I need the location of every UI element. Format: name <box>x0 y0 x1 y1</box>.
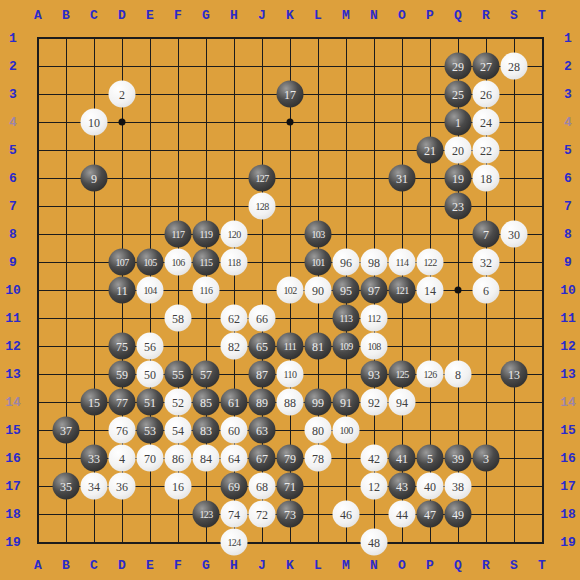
stone-white-64-H16: 64 <box>221 445 248 472</box>
stone-white-24-R4: 24 <box>473 109 500 136</box>
stone-white-50-E13: 50 <box>137 361 164 388</box>
stone-white-26-R3: 26 <box>473 81 500 108</box>
column-label-top-M: M <box>342 9 350 22</box>
stone-black-29-Q2: 29 <box>445 53 472 80</box>
row-label-right-19: 19 <box>560 536 576 549</box>
stone-black-5-P16: 5 <box>417 445 444 472</box>
row-label-left-16: 16 <box>5 452 21 465</box>
column-label-bottom-D: D <box>118 559 126 572</box>
stone-black-63-J15: 63 <box>249 417 276 444</box>
stone-black-123-G18: 123 <box>193 501 220 528</box>
stone-black-85-G14: 85 <box>193 389 220 416</box>
stone-black-91-M14: 91 <box>333 389 360 416</box>
stone-black-33-C16: 33 <box>81 445 108 472</box>
column-label-bottom-M: M <box>342 559 350 572</box>
stone-white-58-F11: 58 <box>165 305 192 332</box>
stone-black-77-D14: 77 <box>109 389 136 416</box>
stone-white-36-D17: 36 <box>109 473 136 500</box>
stone-white-86-F16: 86 <box>165 445 192 472</box>
stone-white-10-C4: 10 <box>81 109 108 136</box>
stone-black-67-J16: 67 <box>249 445 276 472</box>
stone-black-65-J12: 65 <box>249 333 276 360</box>
column-label-bottom-O: O <box>398 559 406 572</box>
row-label-left-5: 5 <box>9 144 17 157</box>
stone-black-107-D9: 107 <box>109 249 136 276</box>
stone-white-108-N12: 108 <box>361 333 388 360</box>
stone-black-73-K18: 73 <box>277 501 304 528</box>
stone-black-81-L12: 81 <box>305 333 332 360</box>
stone-black-43-O17: 43 <box>389 473 416 500</box>
stone-black-95-M10: 95 <box>333 277 360 304</box>
stone-black-47-P18: 47 <box>417 501 444 528</box>
stone-white-60-H15: 60 <box>221 417 248 444</box>
stone-black-57-G13: 57 <box>193 361 220 388</box>
stone-white-72-J18: 72 <box>249 501 276 528</box>
stone-white-12-N17: 12 <box>361 473 388 500</box>
stone-white-66-J11: 66 <box>249 305 276 332</box>
stone-white-92-N14: 92 <box>361 389 388 416</box>
column-label-top-Q: Q <box>454 9 462 22</box>
stone-black-41-O16: 41 <box>389 445 416 472</box>
stone-white-16-F17: 16 <box>165 473 192 500</box>
column-label-top-G: G <box>202 9 210 22</box>
row-label-right-12: 12 <box>560 340 576 353</box>
column-label-bottom-N: N <box>370 559 378 572</box>
column-label-top-F: F <box>174 9 182 22</box>
column-label-top-S: S <box>510 9 518 22</box>
stone-white-118-H9: 118 <box>221 249 248 276</box>
column-label-top-C: C <box>90 9 98 22</box>
row-label-left-3: 3 <box>9 88 17 101</box>
stone-white-44-O18: 44 <box>389 501 416 528</box>
column-label-bottom-H: H <box>230 559 238 572</box>
stone-white-56-E12: 56 <box>137 333 164 360</box>
row-label-right-10: 10 <box>560 284 576 297</box>
column-label-top-A: A <box>34 9 42 22</box>
column-label-top-O: O <box>398 9 406 22</box>
row-label-right-2: 2 <box>564 60 572 73</box>
stone-white-90-L10: 90 <box>305 277 332 304</box>
stone-black-79-K16: 79 <box>277 445 304 472</box>
row-label-right-15: 15 <box>560 424 576 437</box>
stone-black-9-C6: 9 <box>81 165 108 192</box>
stone-white-52-F14: 52 <box>165 389 192 416</box>
stone-black-21-P5: 21 <box>417 137 444 164</box>
column-label-bottom-G: G <box>202 559 210 572</box>
stone-white-104-E10: 104 <box>137 277 164 304</box>
stone-black-109-M12: 109 <box>333 333 360 360</box>
stone-white-110-K13: 110 <box>277 361 304 388</box>
stone-white-8-Q13: 8 <box>445 361 472 388</box>
stone-white-38-Q17: 38 <box>445 473 472 500</box>
stone-white-102-K10: 102 <box>277 277 304 304</box>
row-label-right-13: 13 <box>560 368 576 381</box>
column-label-top-D: D <box>118 9 126 22</box>
stone-black-15-C14: 15 <box>81 389 108 416</box>
column-label-bottom-R: R <box>482 559 490 572</box>
stone-white-4-D16: 4 <box>109 445 136 472</box>
column-label-top-J: J <box>258 9 266 22</box>
column-label-top-T: T <box>538 9 546 22</box>
row-label-right-7: 7 <box>564 200 572 213</box>
column-label-bottom-P: P <box>426 559 434 572</box>
stone-white-40-P17: 40 <box>417 473 444 500</box>
row-label-left-13: 13 <box>5 368 21 381</box>
row-label-left-19: 19 <box>5 536 21 549</box>
stone-white-96-M9: 96 <box>333 249 360 276</box>
stone-black-31-O6: 31 <box>389 165 416 192</box>
star-point-K4 <box>287 119 294 126</box>
stone-white-14-P10: 14 <box>417 277 444 304</box>
column-label-bottom-S: S <box>510 559 518 572</box>
stone-white-32-R9: 32 <box>473 249 500 276</box>
column-label-top-L: L <box>314 9 322 22</box>
stone-white-128-J7: 128 <box>249 193 276 220</box>
row-label-left-14: 14 <box>5 396 21 409</box>
row-label-right-8: 8 <box>564 228 572 241</box>
stone-black-103-L8: 103 <box>305 221 332 248</box>
row-label-left-18: 18 <box>5 508 21 521</box>
stone-black-87-J13: 87 <box>249 361 276 388</box>
star-point-D4 <box>119 119 126 126</box>
stone-black-115-G9: 115 <box>193 249 220 276</box>
column-label-top-B: B <box>62 9 70 22</box>
stone-white-100-M15: 100 <box>333 417 360 444</box>
column-label-bottom-E: E <box>146 559 154 572</box>
stone-black-51-E14: 51 <box>137 389 164 416</box>
stone-white-48-N19: 48 <box>361 529 388 556</box>
column-label-bottom-F: F <box>174 559 182 572</box>
stone-white-42-N16: 42 <box>361 445 388 472</box>
stone-white-28-S2: 28 <box>501 53 528 80</box>
stone-white-46-M18: 46 <box>333 501 360 528</box>
stone-white-122-P9: 122 <box>417 249 444 276</box>
stone-black-55-F13: 55 <box>165 361 192 388</box>
stone-black-119-G8: 119 <box>193 221 220 248</box>
stone-white-70-E16: 70 <box>137 445 164 472</box>
stone-black-111-K12: 111 <box>277 333 304 360</box>
stone-white-2-D3: 2 <box>109 81 136 108</box>
stone-black-13-S13: 13 <box>501 361 528 388</box>
stone-black-19-Q6: 19 <box>445 165 472 192</box>
stone-white-18-R6: 18 <box>473 165 500 192</box>
stone-white-30-S8: 30 <box>501 221 528 248</box>
column-label-top-E: E <box>146 9 154 22</box>
row-label-right-16: 16 <box>560 452 576 465</box>
row-label-left-7: 7 <box>9 200 17 213</box>
row-label-left-2: 2 <box>9 60 17 73</box>
stone-black-105-E9: 105 <box>137 249 164 276</box>
stone-white-20-Q5: 20 <box>445 137 472 164</box>
stone-white-98-N9: 98 <box>361 249 388 276</box>
stone-black-101-L9: 101 <box>305 249 332 276</box>
row-label-left-4: 4 <box>9 116 17 129</box>
stone-black-1-Q4: 1 <box>445 109 472 136</box>
row-label-right-4: 4 <box>564 116 572 129</box>
stone-black-99-L14: 99 <box>305 389 332 416</box>
column-label-top-H: H <box>230 9 238 22</box>
stone-black-53-E15: 53 <box>137 417 164 444</box>
star-point-Q10 <box>455 287 462 294</box>
stone-black-83-G15: 83 <box>193 417 220 444</box>
row-label-left-1: 1 <box>9 32 17 45</box>
stone-black-27-R2: 27 <box>473 53 500 80</box>
stone-black-93-N13: 93 <box>361 361 388 388</box>
row-label-right-11: 11 <box>560 312 576 325</box>
row-label-left-11: 11 <box>5 312 21 325</box>
column-label-top-P: P <box>426 9 434 22</box>
row-label-left-6: 6 <box>9 172 17 185</box>
stone-black-113-M11: 113 <box>333 305 360 332</box>
row-label-left-12: 12 <box>5 340 21 353</box>
row-label-left-10: 10 <box>5 284 21 297</box>
stone-white-106-F9: 106 <box>165 249 192 276</box>
row-label-right-1: 1 <box>564 32 572 45</box>
stone-black-39-Q16: 39 <box>445 445 472 472</box>
column-label-bottom-B: B <box>62 559 70 572</box>
stone-black-117-F8: 117 <box>165 221 192 248</box>
stone-black-97-N10: 97 <box>361 277 388 304</box>
stone-white-124-H19: 124 <box>221 529 248 556</box>
stone-black-127-J6: 127 <box>249 165 276 192</box>
row-label-left-9: 9 <box>9 256 17 269</box>
column-label-bottom-Q: Q <box>454 559 462 572</box>
stone-white-120-H8: 120 <box>221 221 248 248</box>
row-label-right-6: 6 <box>564 172 572 185</box>
stone-black-69-H17: 69 <box>221 473 248 500</box>
stone-white-116-G10: 116 <box>193 277 220 304</box>
column-label-top-R: R <box>482 9 490 22</box>
stone-black-35-B17: 35 <box>53 473 80 500</box>
stone-black-3-R16: 3 <box>473 445 500 472</box>
stone-black-125-O13: 125 <box>389 361 416 388</box>
row-label-right-14: 14 <box>560 396 576 409</box>
stone-black-71-K17: 71 <box>277 473 304 500</box>
stone-black-89-J14: 89 <box>249 389 276 416</box>
stone-white-94-O14: 94 <box>389 389 416 416</box>
stone-white-126-P13: 126 <box>417 361 444 388</box>
stone-white-62-H11: 62 <box>221 305 248 332</box>
column-label-bottom-A: A <box>34 559 42 572</box>
column-label-bottom-J: J <box>258 559 266 572</box>
row-label-left-8: 8 <box>9 228 17 241</box>
row-label-right-18: 18 <box>560 508 576 521</box>
column-label-bottom-L: L <box>314 559 322 572</box>
stone-black-121-O10: 121 <box>389 277 416 304</box>
column-label-bottom-K: K <box>286 559 294 572</box>
stone-white-88-K14: 88 <box>277 389 304 416</box>
row-label-right-5: 5 <box>564 144 572 157</box>
row-label-right-17: 17 <box>560 480 576 493</box>
stone-white-6-R10: 6 <box>473 277 500 304</box>
stone-white-112-N11: 112 <box>361 305 388 332</box>
stone-white-84-G16: 84 <box>193 445 220 472</box>
row-label-left-15: 15 <box>5 424 21 437</box>
go-board: AABBCCDDEEFFGGHHJJKKLLMMNNOOPPQQRRSSTT11… <box>0 0 580 580</box>
stone-black-59-D13: 59 <box>109 361 136 388</box>
stone-black-7-R8: 7 <box>473 221 500 248</box>
row-label-left-17: 17 <box>5 480 21 493</box>
stone-black-49-Q18: 49 <box>445 501 472 528</box>
stone-white-82-H12: 82 <box>221 333 248 360</box>
stone-white-74-H18: 74 <box>221 501 248 528</box>
row-label-right-9: 9 <box>564 256 572 269</box>
stone-white-76-D15: 76 <box>109 417 136 444</box>
stone-black-61-H14: 61 <box>221 389 248 416</box>
stone-black-17-K3: 17 <box>277 81 304 108</box>
stone-black-11-D10: 11 <box>109 277 136 304</box>
column-label-top-K: K <box>286 9 294 22</box>
stone-black-25-Q3: 25 <box>445 81 472 108</box>
column-label-bottom-C: C <box>90 559 98 572</box>
stone-black-23-Q7: 23 <box>445 193 472 220</box>
stone-white-68-J17: 68 <box>249 473 276 500</box>
column-label-bottom-T: T <box>538 559 546 572</box>
stone-white-22-R5: 22 <box>473 137 500 164</box>
stone-white-114-O9: 114 <box>389 249 416 276</box>
column-label-top-N: N <box>370 9 378 22</box>
stone-black-37-B15: 37 <box>53 417 80 444</box>
stone-white-34-C17: 34 <box>81 473 108 500</box>
stone-white-80-L15: 80 <box>305 417 332 444</box>
stone-white-54-F15: 54 <box>165 417 192 444</box>
stone-black-75-D12: 75 <box>109 333 136 360</box>
row-label-right-3: 3 <box>564 88 572 101</box>
stone-white-78-L16: 78 <box>305 445 332 472</box>
